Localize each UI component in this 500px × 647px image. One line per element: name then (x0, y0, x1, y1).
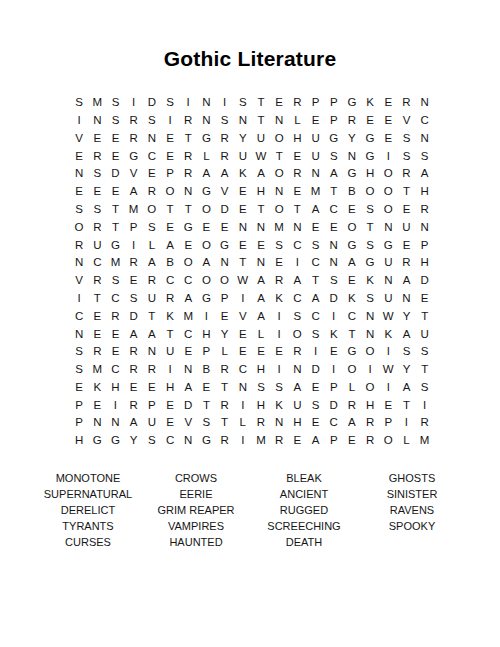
grid-cell[interactable]: E (179, 236, 197, 254)
grid-cell[interactable]: E (197, 219, 215, 237)
grid-cell[interactable]: H (252, 361, 270, 379)
grid-cell[interactable]: D (325, 397, 343, 415)
grid-cell[interactable]: G (197, 290, 215, 308)
grid-cell[interactable]: A (288, 379, 306, 397)
grid-cell[interactable]: E (288, 147, 306, 165)
grid-cell[interactable]: E (397, 201, 415, 219)
grid-cell[interactable]: E (106, 147, 124, 165)
grid-cell[interactable]: U (416, 325, 434, 343)
grid-cell[interactable]: M (306, 183, 324, 201)
grid-cell[interactable]: C (143, 147, 161, 165)
grid-cell[interactable]: I (416, 397, 434, 415)
grid-cell[interactable]: P (325, 94, 343, 112)
grid-cell[interactable]: C (161, 432, 179, 450)
grid-cell[interactable]: Y (397, 361, 415, 379)
grid-cell[interactable]: R (143, 361, 161, 379)
grid-cell[interactable]: U (161, 343, 179, 361)
grid-cell[interactable]: K (361, 272, 379, 290)
grid-cell[interactable]: E (88, 183, 106, 201)
grid-cell[interactable]: V (70, 130, 88, 148)
grid-cell[interactable]: E (106, 130, 124, 148)
grid-cell[interactable]: U (143, 290, 161, 308)
grid-cell[interactable]: N (361, 308, 379, 326)
grid-cell[interactable]: A (143, 254, 161, 272)
grid-cell[interactable]: N (325, 236, 343, 254)
grid-cell[interactable]: T (179, 130, 197, 148)
grid-cell[interactable]: G (106, 432, 124, 450)
grid-cell[interactable]: B (197, 361, 215, 379)
grid-cell[interactable]: H (252, 183, 270, 201)
grid-cell[interactable]: P (379, 414, 397, 432)
grid-cell[interactable]: R (125, 361, 143, 379)
grid-cell[interactable]: D (179, 397, 197, 415)
grid-cell[interactable]: I (234, 290, 252, 308)
grid-cell[interactable]: S (234, 94, 252, 112)
grid-cell[interactable]: H (161, 379, 179, 397)
grid-cell[interactable]: U (397, 219, 415, 237)
grid-cell[interactable]: R (143, 272, 161, 290)
grid-cell[interactable]: N (397, 290, 415, 308)
grid-cell[interactable]: N (325, 254, 343, 272)
grid-cell[interactable]: N (288, 361, 306, 379)
grid-cell[interactable]: D (306, 361, 324, 379)
grid-cell[interactable]: C (70, 308, 88, 326)
grid-cell[interactable]: N (234, 219, 252, 237)
grid-cell[interactable]: I (270, 361, 288, 379)
grid-cell[interactable]: A (343, 254, 361, 272)
grid-cell[interactable]: O (343, 219, 361, 237)
grid-cell[interactable]: C (306, 308, 324, 326)
grid-cell[interactable]: A (179, 379, 197, 397)
grid-cell[interactable]: R (143, 183, 161, 201)
grid-cell[interactable]: E (270, 94, 288, 112)
grid-cell[interactable]: K (161, 308, 179, 326)
grid-cell[interactable]: T (197, 397, 215, 415)
grid-cell[interactable]: E (161, 130, 179, 148)
grid-cell[interactable]: N (70, 165, 88, 183)
grid-cell[interactable]: I (125, 236, 143, 254)
grid-cell[interactable]: S (70, 343, 88, 361)
grid-cell[interactable]: P (161, 165, 179, 183)
grid-cell[interactable]: I (270, 325, 288, 343)
grid-cell[interactable]: N (143, 343, 161, 361)
grid-cell[interactable]: U (252, 130, 270, 148)
grid-cell[interactable]: I (361, 361, 379, 379)
grid-cell[interactable]: E (325, 219, 343, 237)
grid-cell[interactable]: K (270, 397, 288, 415)
grid-cell[interactable]: S (306, 397, 324, 415)
grid-cell[interactable]: R (125, 130, 143, 148)
grid-cell[interactable]: P (70, 414, 88, 432)
grid-cell[interactable]: E (161, 219, 179, 237)
grid-cell[interactable]: L (234, 414, 252, 432)
grid-cell[interactable]: M (88, 361, 106, 379)
grid-cell[interactable]: A (306, 290, 324, 308)
grid-cell[interactable]: I (306, 343, 324, 361)
grid-cell[interactable]: I (234, 397, 252, 415)
grid-cell[interactable]: S (361, 290, 379, 308)
grid-cell[interactable]: S (70, 361, 88, 379)
grid-cell[interactable]: S (70, 94, 88, 112)
grid-cell[interactable]: S (397, 343, 415, 361)
grid-cell[interactable]: E (234, 183, 252, 201)
grid-cell[interactable]: E (306, 112, 324, 130)
grid-cell[interactable]: T (252, 94, 270, 112)
grid-cell[interactable]: R (179, 147, 197, 165)
grid-cell[interactable]: E (343, 272, 361, 290)
grid-cell[interactable]: N (197, 94, 215, 112)
grid-cell[interactable]: L (343, 379, 361, 397)
grid-cell[interactable]: R (88, 272, 106, 290)
grid-cell[interactable]: P (325, 379, 343, 397)
grid-cell[interactable]: H (416, 183, 434, 201)
grid-cell[interactable]: E (70, 183, 88, 201)
grid-cell[interactable]: G (343, 165, 361, 183)
grid-cell[interactable]: E (216, 219, 234, 237)
grid-cell[interactable]: H (70, 432, 88, 450)
grid-cell[interactable]: E (397, 236, 415, 254)
grid-cell[interactable]: P (325, 432, 343, 450)
grid-cell[interactable]: P (143, 397, 161, 415)
grid-cell[interactable]: I (106, 397, 124, 415)
grid-cell[interactable]: N (306, 165, 324, 183)
grid-cell[interactable]: R (216, 397, 234, 415)
grid-cell[interactable]: R (88, 343, 106, 361)
grid-cell[interactable]: I (270, 308, 288, 326)
grid-cell[interactable]: A (306, 201, 324, 219)
grid-cell[interactable]: C (88, 254, 106, 272)
grid-cell[interactable]: E (161, 147, 179, 165)
grid-cell[interactable]: I (325, 308, 343, 326)
grid-cell[interactable]: Y (234, 130, 252, 148)
grid-cell[interactable]: T (397, 183, 415, 201)
grid-cell[interactable]: R (125, 343, 143, 361)
grid-cell[interactable]: E (343, 432, 361, 450)
grid-cell[interactable]: N (379, 272, 397, 290)
grid-cell[interactable]: N (197, 112, 215, 130)
grid-cell[interactable]: W (379, 361, 397, 379)
grid-cell[interactable]: N (343, 147, 361, 165)
grid-cell[interactable]: N (234, 112, 252, 130)
grid-cell[interactable]: R (106, 308, 124, 326)
grid-cell[interactable]: I (234, 432, 252, 450)
grid-cell[interactable]: N (179, 361, 197, 379)
grid-cell[interactable]: P (216, 290, 234, 308)
grid-cell[interactable]: A (416, 165, 434, 183)
grid-cell[interactable]: I (397, 414, 415, 432)
grid-cell[interactable]: O (143, 201, 161, 219)
grid-cell[interactable]: G (197, 432, 215, 450)
grid-cell[interactable]: E (306, 414, 324, 432)
grid-cell[interactable]: G (361, 254, 379, 272)
grid-cell[interactable]: O (343, 361, 361, 379)
grid-cell[interactable]: R (361, 432, 379, 450)
grid-cell[interactable]: S (70, 201, 88, 219)
grid-cell[interactable]: P (325, 112, 343, 130)
grid-cell[interactable]: A (397, 325, 415, 343)
grid-cell[interactable]: A (197, 165, 215, 183)
grid-cell[interactable]: S (106, 94, 124, 112)
grid-cell[interactable]: T (416, 361, 434, 379)
grid-cell[interactable]: A (397, 379, 415, 397)
grid-cell[interactable]: I (197, 308, 215, 326)
grid-cell[interactable]: A (306, 432, 324, 450)
grid-cell[interactable]: G (343, 343, 361, 361)
grid-cell[interactable]: E (270, 343, 288, 361)
grid-cell[interactable]: C (288, 290, 306, 308)
grid-cell[interactable]: N (70, 254, 88, 272)
grid-cell[interactable]: N (179, 432, 197, 450)
grid-cell[interactable]: M (179, 308, 197, 326)
grid-cell[interactable]: I (379, 343, 397, 361)
grid-cell[interactable]: E (252, 236, 270, 254)
grid-cell[interactable]: T (88, 290, 106, 308)
grid-cell[interactable]: T (179, 201, 197, 219)
grid-cell[interactable]: E (234, 343, 252, 361)
grid-cell[interactable]: R (125, 397, 143, 415)
grid-cell[interactable]: T (270, 147, 288, 165)
grid-cell[interactable]: H (416, 254, 434, 272)
grid-cell[interactable]: S (106, 272, 124, 290)
grid-cell[interactable]: E (379, 94, 397, 112)
grid-cell[interactable]: D (325, 290, 343, 308)
grid-cell[interactable]: O (361, 379, 379, 397)
grid-cell[interactable]: O (379, 183, 397, 201)
grid-cell[interactable]: U (306, 147, 324, 165)
grid-cell[interactable]: E (288, 183, 306, 201)
grid-cell[interactable]: S (270, 379, 288, 397)
grid-cell[interactable]: E (288, 432, 306, 450)
grid-cell[interactable]: L (143, 236, 161, 254)
grid-cell[interactable]: E (70, 379, 88, 397)
grid-cell[interactable]: O (161, 183, 179, 201)
grid-cell[interactable]: V (125, 165, 143, 183)
grid-cell[interactable]: U (379, 290, 397, 308)
grid-cell[interactable]: G (106, 236, 124, 254)
grid-cell[interactable]: S (397, 147, 415, 165)
grid-cell[interactable]: T (216, 379, 234, 397)
grid-cell[interactable]: R (416, 414, 434, 432)
grid-cell[interactable]: E (234, 201, 252, 219)
grid-cell[interactable]: C (179, 272, 197, 290)
grid-cell[interactable]: N (252, 254, 270, 272)
grid-cell[interactable]: S (125, 290, 143, 308)
grid-cell[interactable]: N (270, 414, 288, 432)
grid-cell[interactable]: E (216, 308, 234, 326)
grid-cell[interactable]: O (270, 130, 288, 148)
grid-cell[interactable]: S (306, 325, 324, 343)
grid-cell[interactable]: O (361, 183, 379, 201)
grid-cell[interactable]: H (197, 325, 215, 343)
grid-cell[interactable]: D (143, 94, 161, 112)
grid-cell[interactable]: L (397, 432, 415, 450)
grid-cell[interactable]: A (143, 325, 161, 343)
grid-cell[interactable]: S (143, 112, 161, 130)
grid-cell[interactable]: M (125, 201, 143, 219)
grid-cell[interactable]: S (288, 308, 306, 326)
grid-cell[interactable]: G (361, 130, 379, 148)
grid-cell[interactable]: R (179, 165, 197, 183)
grid-cell[interactable]: M (270, 219, 288, 237)
grid-cell[interactable]: U (288, 397, 306, 415)
grid-cell[interactable]: S (88, 201, 106, 219)
grid-cell[interactable]: R (416, 201, 434, 219)
grid-cell[interactable]: A (125, 183, 143, 201)
grid-cell[interactable]: W (379, 308, 397, 326)
grid-cell[interactable]: N (270, 183, 288, 201)
grid-cell[interactable]: T (161, 201, 179, 219)
grid-cell[interactable]: S (270, 236, 288, 254)
grid-cell[interactable]: R (397, 254, 415, 272)
grid-cell[interactable]: O (197, 272, 215, 290)
grid-cell[interactable]: S (416, 147, 434, 165)
grid-cell[interactable]: E (379, 112, 397, 130)
grid-cell[interactable]: N (361, 325, 379, 343)
grid-cell[interactable]: M (252, 432, 270, 450)
grid-cell[interactable]: G (379, 236, 397, 254)
grid-cell[interactable]: G (216, 236, 234, 254)
grid-cell[interactable]: L (216, 343, 234, 361)
grid-cell[interactable]: H (252, 397, 270, 415)
grid-cell[interactable]: E (361, 112, 379, 130)
grid-cell[interactable]: R (397, 165, 415, 183)
grid-cell[interactable]: R (179, 112, 197, 130)
grid-cell[interactable]: R (161, 290, 179, 308)
grid-cell[interactable]: E (270, 254, 288, 272)
grid-cell[interactable]: R (397, 94, 415, 112)
grid-cell[interactable]: N (416, 130, 434, 148)
grid-cell[interactable]: S (361, 201, 379, 219)
grid-cell[interactable]: U (379, 254, 397, 272)
grid-cell[interactable]: E (143, 165, 161, 183)
grid-cell[interactable]: C (179, 325, 197, 343)
grid-cell[interactable]: C (306, 254, 324, 272)
grid-cell[interactable]: O (288, 325, 306, 343)
grid-cell[interactable]: E (306, 379, 324, 397)
grid-cell[interactable]: A (252, 308, 270, 326)
grid-cell[interactable]: V (397, 112, 415, 130)
grid-cell[interactable]: E (234, 236, 252, 254)
grid-cell[interactable]: S (252, 379, 270, 397)
grid-cell[interactable]: E (306, 219, 324, 237)
grid-cell[interactable]: E (179, 343, 197, 361)
grid-cell[interactable]: E (416, 290, 434, 308)
grid-cell[interactable]: S (161, 94, 179, 112)
grid-cell[interactable]: T (416, 308, 434, 326)
grid-cell[interactable]: C (416, 112, 434, 130)
grid-cell[interactable]: V (179, 414, 197, 432)
grid-cell[interactable]: E (106, 325, 124, 343)
grid-cell[interactable]: R (288, 165, 306, 183)
grid-cell[interactable]: T (343, 325, 361, 343)
grid-cell[interactable]: K (234, 165, 252, 183)
grid-cell[interactable]: I (125, 94, 143, 112)
grid-cell[interactable]: S (88, 165, 106, 183)
grid-cell[interactable]: D (416, 272, 434, 290)
grid-cell[interactable]: T (106, 219, 124, 237)
grid-cell[interactable]: C (234, 361, 252, 379)
grid-cell[interactable]: A (252, 290, 270, 308)
grid-cell[interactable]: E (70, 147, 88, 165)
grid-cell[interactable]: S (397, 130, 415, 148)
grid-cell[interactable]: G (343, 236, 361, 254)
grid-cell[interactable]: E (252, 343, 270, 361)
grid-cell[interactable]: I (325, 361, 343, 379)
grid-cell[interactable]: B (161, 254, 179, 272)
grid-cell[interactable]: N (70, 325, 88, 343)
grid-cell[interactable]: C (325, 201, 343, 219)
grid-cell[interactable]: G (88, 432, 106, 450)
grid-cell[interactable]: G (325, 130, 343, 148)
grid-cell[interactable]: N (288, 219, 306, 237)
grid-cell[interactable]: C (106, 361, 124, 379)
grid-cell[interactable]: O (379, 432, 397, 450)
grid-cell[interactable]: N (416, 219, 434, 237)
grid-cell[interactable]: R (252, 414, 270, 432)
grid-cell[interactable]: R (270, 272, 288, 290)
grid-cell[interactable]: T (361, 219, 379, 237)
grid-cell[interactable]: C (343, 308, 361, 326)
grid-cell[interactable]: N (252, 219, 270, 237)
grid-cell[interactable]: O (197, 201, 215, 219)
grid-cell[interactable]: N (416, 94, 434, 112)
grid-cell[interactable]: O (361, 343, 379, 361)
grid-cell[interactable]: O (179, 254, 197, 272)
grid-cell[interactable]: T (161, 325, 179, 343)
grid-cell[interactable]: V (216, 183, 234, 201)
grid-cell[interactable]: E (379, 397, 397, 415)
grid-cell[interactable]: I (288, 254, 306, 272)
grid-cell[interactable]: A (288, 272, 306, 290)
grid-cell[interactable]: P (416, 236, 434, 254)
grid-cell[interactable]: R (288, 94, 306, 112)
grid-cell[interactable]: T (306, 272, 324, 290)
grid-cell[interactable]: G (197, 183, 215, 201)
grid-cell[interactable]: P (306, 94, 324, 112)
grid-cell[interactable]: W (234, 272, 252, 290)
grid-cell[interactable]: S (216, 112, 234, 130)
grid-cell[interactable]: E (197, 379, 215, 397)
grid-cell[interactable]: K (270, 290, 288, 308)
grid-cell[interactable]: W (252, 147, 270, 165)
grid-cell[interactable]: I (161, 112, 179, 130)
grid-cell[interactable]: T (106, 201, 124, 219)
grid-cell[interactable]: O (216, 272, 234, 290)
grid-cell[interactable]: O (379, 165, 397, 183)
grid-cell[interactable]: A (125, 414, 143, 432)
grid-cell[interactable]: U (88, 236, 106, 254)
grid-cell[interactable]: S (416, 379, 434, 397)
grid-cell[interactable]: C (288, 236, 306, 254)
grid-cell[interactable]: P (197, 343, 215, 361)
grid-cell[interactable]: E (88, 325, 106, 343)
grid-cell[interactable]: N (379, 219, 397, 237)
grid-cell[interactable]: A (216, 165, 234, 183)
grid-cell[interactable]: I (216, 94, 234, 112)
grid-cell[interactable]: P (125, 219, 143, 237)
grid-cell[interactable]: O (270, 201, 288, 219)
grid-cell[interactable]: R (361, 414, 379, 432)
grid-cell[interactable]: A (252, 272, 270, 290)
grid-cell[interactable]: K (379, 325, 397, 343)
grid-cell[interactable]: R (125, 112, 143, 130)
grid-cell[interactable]: C (325, 414, 343, 432)
grid-cell[interactable]: M (106, 254, 124, 272)
grid-cell[interactable]: R (216, 147, 234, 165)
grid-cell[interactable]: S (325, 147, 343, 165)
grid-cell[interactable]: N (88, 112, 106, 130)
grid-cell[interactable]: R (270, 432, 288, 450)
